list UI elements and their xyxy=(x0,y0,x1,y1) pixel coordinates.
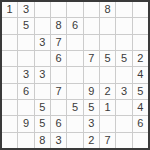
sudoku-cell-r6c9[interactable]: 5 xyxy=(133,84,148,99)
sudoku-cell-r5c6[interactable] xyxy=(84,67,99,82)
sudoku-cell-r1c4[interactable] xyxy=(51,2,66,17)
sudoku-cell-r6c5[interactable] xyxy=(67,84,82,99)
sudoku-cell-r4c5[interactable] xyxy=(67,51,82,66)
sudoku-cell-r1c1[interactable]: 1 xyxy=(2,2,17,17)
sudoku-cell-r5c9[interactable]: 4 xyxy=(133,67,148,82)
sudoku-cell-r2c2[interactable]: 5 xyxy=(18,18,33,33)
sudoku-cell-r2c3[interactable] xyxy=(35,18,50,33)
sudoku-cell-r3c2[interactable] xyxy=(18,35,33,50)
sudoku-cell-r4c1[interactable] xyxy=(2,51,17,66)
sudoku-cell-r2c1[interactable] xyxy=(2,18,17,33)
sudoku-cell-r9c1[interactable] xyxy=(2,133,17,148)
sudoku-cell-r8c5[interactable] xyxy=(67,116,82,131)
sudoku-cell-r8c1[interactable] xyxy=(2,116,17,131)
sudoku-cell-r1c2[interactable]: 3 xyxy=(18,2,33,17)
sudoku-cell-r2c9[interactable] xyxy=(133,18,148,33)
sudoku-cell-r2c8[interactable] xyxy=(116,18,131,33)
sudoku-cell-r2c4[interactable]: 8 xyxy=(51,18,66,33)
sudoku-cell-r7c9[interactable]: 4 xyxy=(133,100,148,115)
sudoku-cell-r1c8[interactable] xyxy=(116,2,131,17)
sudoku-cell-r8c8[interactable] xyxy=(116,116,131,131)
sudoku-cell-r6c8[interactable]: 3 xyxy=(116,84,131,99)
sudoku-cell-r8c4[interactable]: 6 xyxy=(51,116,66,131)
sudoku-cell-r4c4[interactable]: 6 xyxy=(51,51,66,66)
sudoku-cell-r3c3[interactable]: 3 xyxy=(35,35,50,50)
sudoku-cell-r3c7[interactable] xyxy=(100,35,115,50)
sudoku-cell-r4c8[interactable]: 5 xyxy=(116,51,131,66)
sudoku-cell-r5c4[interactable] xyxy=(51,67,66,82)
sudoku-cell-r4c2[interactable] xyxy=(18,51,33,66)
sudoku-cell-r3c5[interactable] xyxy=(67,35,82,50)
sudoku-cell-r6c1[interactable] xyxy=(2,84,17,99)
sudoku-cell-r6c2[interactable]: 6 xyxy=(18,84,33,99)
sudoku-cell-r1c6[interactable] xyxy=(84,2,99,17)
sudoku-cell-r2c5[interactable]: 6 xyxy=(67,18,82,33)
sudoku-cell-r3c4[interactable]: 7 xyxy=(51,35,66,50)
sudoku-cell-r4c3[interactable] xyxy=(35,51,50,66)
sudoku-cell-r5c8[interactable] xyxy=(116,67,131,82)
sudoku-cell-r9c6[interactable]: 2 xyxy=(84,133,99,148)
sudoku-cell-r7c5[interactable]: 5 xyxy=(67,100,82,115)
sudoku-cell-r6c7[interactable]: 2 xyxy=(100,84,115,99)
sudoku-cell-r9c5[interactable] xyxy=(67,133,82,148)
sudoku-cell-r8c2[interactable]: 9 xyxy=(18,116,33,131)
sudoku-cell-r4c9[interactable]: 2 xyxy=(133,51,148,66)
sudoku-cell-r7c3[interactable]: 5 xyxy=(35,100,50,115)
sudoku-cell-r5c1[interactable] xyxy=(2,67,17,82)
sudoku-cell-r8c6[interactable]: 3 xyxy=(84,116,99,131)
sudoku-cell-r6c6[interactable]: 9 xyxy=(84,84,99,99)
sudoku-cell-r5c2[interactable]: 3 xyxy=(18,67,33,82)
sudoku-cell-r3c6[interactable] xyxy=(84,35,99,50)
sudoku-cell-r9c4[interactable]: 3 xyxy=(51,133,66,148)
sudoku-cell-r1c3[interactable] xyxy=(35,2,50,17)
sudoku-cell-r9c3[interactable]: 8 xyxy=(35,133,50,148)
sudoku-cell-r6c3[interactable] xyxy=(35,84,50,99)
sudoku-cell-r9c2[interactable] xyxy=(18,133,33,148)
sudoku-cell-r7c4[interactable] xyxy=(51,100,66,115)
sudoku-cell-r7c2[interactable] xyxy=(18,100,33,115)
sudoku-board: 138586376755233467923555514956368327 xyxy=(0,0,150,150)
sudoku-cell-r4c7[interactable]: 5 xyxy=(100,51,115,66)
sudoku-cell-r7c1[interactable] xyxy=(2,100,17,115)
sudoku-cell-r8c3[interactable]: 5 xyxy=(35,116,50,131)
sudoku-cell-r7c6[interactable]: 5 xyxy=(84,100,99,115)
sudoku-cell-r9c7[interactable]: 7 xyxy=(100,133,115,148)
sudoku-cell-r7c8[interactable] xyxy=(116,100,131,115)
sudoku-cell-r2c7[interactable] xyxy=(100,18,115,33)
sudoku-cell-r4c6[interactable]: 7 xyxy=(84,51,99,66)
sudoku-cell-r3c8[interactable] xyxy=(116,35,131,50)
sudoku-cell-r1c9[interactable] xyxy=(133,2,148,17)
sudoku-cell-r6c4[interactable]: 7 xyxy=(51,84,66,99)
sudoku-cell-r3c1[interactable] xyxy=(2,35,17,50)
sudoku-cell-r7c7[interactable]: 1 xyxy=(100,100,115,115)
sudoku-cell-r8c9[interactable]: 6 xyxy=(133,116,148,131)
sudoku-cell-r3c9[interactable] xyxy=(133,35,148,50)
sudoku-cell-r9c8[interactable] xyxy=(116,133,131,148)
sudoku-cell-r5c7[interactable] xyxy=(100,67,115,82)
sudoku-cell-r9c9[interactable] xyxy=(133,133,148,148)
sudoku-cell-r1c5[interactable] xyxy=(67,2,82,17)
sudoku-cell-r1c7[interactable]: 8 xyxy=(100,2,115,17)
sudoku-cell-r8c7[interactable] xyxy=(100,116,115,131)
sudoku-cell-r2c6[interactable] xyxy=(84,18,99,33)
sudoku-cell-r5c3[interactable]: 3 xyxy=(35,67,50,82)
sudoku-cell-r5c5[interactable] xyxy=(67,67,82,82)
